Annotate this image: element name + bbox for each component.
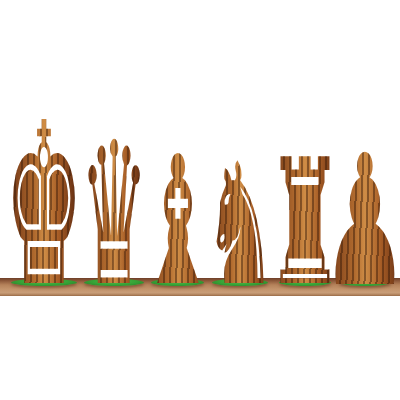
chess-pawn-piece: ♟ [321, 131, 400, 312]
chess-king-piece: ♚ [5, 95, 84, 319]
chess-set-product-photo: ♚ ♛ ♝ ♞ ♜ ♟ [0, 0, 400, 400]
